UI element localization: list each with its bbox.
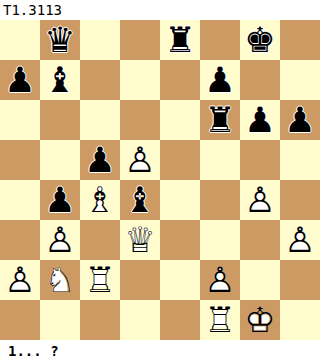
square-g7[interactable]: [240, 60, 280, 100]
square-b4[interactable]: ♟: [40, 180, 80, 220]
black-piece-body: ♟: [40, 180, 80, 220]
white-king-piece: ♚♔: [240, 300, 280, 340]
square-f4[interactable]: [200, 180, 240, 220]
white-piece-outline: ♙: [40, 220, 80, 260]
square-d5[interactable]: ♟♙: [120, 140, 160, 180]
black-piece-body: ♝: [40, 60, 80, 100]
square-d6[interactable]: [120, 100, 160, 140]
black-bishop-piece: ♝: [120, 180, 160, 220]
square-b5[interactable]: [40, 140, 80, 180]
square-e8[interactable]: ♜: [160, 20, 200, 60]
black-piece-body: ♟: [0, 60, 40, 100]
black-pawn-piece: ♟: [240, 100, 280, 140]
white-pawn-piece: ♟♙: [120, 140, 160, 180]
black-rook-piece: ♜: [160, 20, 200, 60]
square-h4[interactable]: [280, 180, 320, 220]
black-piece-body: ♜: [200, 100, 240, 140]
square-c6[interactable]: [80, 100, 120, 140]
square-a8[interactable]: [0, 20, 40, 60]
square-e7[interactable]: [160, 60, 200, 100]
square-b1[interactable]: [40, 300, 80, 340]
move-prompt: 1... ?: [0, 340, 320, 360]
black-piece-body: ♛: [40, 20, 80, 60]
white-rook-piece: ♜♖: [200, 300, 240, 340]
black-piece-body: ♟: [80, 140, 120, 180]
square-f1[interactable]: ♜♖: [200, 300, 240, 340]
black-piece-body: ♚: [240, 20, 280, 60]
square-g6[interactable]: ♟: [240, 100, 280, 140]
square-e5[interactable]: [160, 140, 200, 180]
chess-board: ♛♜♚♟♝♟♜♟♟♟♟♙♟♝♗♝♟♙♟♙♛♕♟♙♟♙♞♘♜♖♟♙♜♖♚♔: [0, 20, 320, 340]
square-b3[interactable]: ♟♙: [40, 220, 80, 260]
square-d2[interactable]: [120, 260, 160, 300]
square-b2[interactable]: ♞♘: [40, 260, 80, 300]
black-pawn-piece: ♟: [200, 60, 240, 100]
square-h7[interactable]: [280, 60, 320, 100]
chess-puzzle-window: T1.3113 ♛♜♚♟♝♟♜♟♟♟♟♙♟♝♗♝♟♙♟♙♛♕♟♙♟♙♞♘♜♖♟♙…: [0, 0, 320, 360]
square-h1[interactable]: [280, 300, 320, 340]
square-a6[interactable]: [0, 100, 40, 140]
square-h5[interactable]: [280, 140, 320, 180]
square-e4[interactable]: [160, 180, 200, 220]
square-c8[interactable]: [80, 20, 120, 60]
square-b7[interactable]: ♝: [40, 60, 80, 100]
white-knight-piece: ♞♘: [40, 260, 80, 300]
square-f2[interactable]: ♟♙: [200, 260, 240, 300]
white-piece-outline: ♙: [280, 220, 320, 260]
square-c2[interactable]: ♜♖: [80, 260, 120, 300]
white-piece-outline: ♗: [80, 180, 120, 220]
black-king-piece: ♚: [240, 20, 280, 60]
white-pawn-piece: ♟♙: [280, 220, 320, 260]
square-g8[interactable]: ♚: [240, 20, 280, 60]
black-piece-body: ♟: [280, 100, 320, 140]
square-g4[interactable]: ♟♙: [240, 180, 280, 220]
square-d3[interactable]: ♛♕: [120, 220, 160, 260]
square-e3[interactable]: [160, 220, 200, 260]
white-piece-outline: ♕: [120, 220, 160, 260]
white-pawn-piece: ♟♙: [200, 260, 240, 300]
square-d7[interactable]: [120, 60, 160, 100]
black-piece-body: ♜: [160, 20, 200, 60]
white-piece-outline: ♖: [80, 260, 120, 300]
square-c7[interactable]: [80, 60, 120, 100]
square-e6[interactable]: [160, 100, 200, 140]
white-pawn-piece: ♟♙: [40, 220, 80, 260]
square-c5[interactable]: ♟: [80, 140, 120, 180]
white-bishop-piece: ♝♗: [80, 180, 120, 220]
square-b6[interactable]: [40, 100, 80, 140]
square-a2[interactable]: ♟♙: [0, 260, 40, 300]
white-queen-piece: ♛♕: [120, 220, 160, 260]
square-e1[interactable]: [160, 300, 200, 340]
white-piece-outline: ♙: [200, 260, 240, 300]
black-piece-body: ♟: [200, 60, 240, 100]
square-h8[interactable]: [280, 20, 320, 60]
square-g1[interactable]: ♚♔: [240, 300, 280, 340]
square-h2[interactable]: [280, 260, 320, 300]
black-bishop-piece: ♝: [40, 60, 80, 100]
square-d1[interactable]: [120, 300, 160, 340]
black-piece-body: ♝: [120, 180, 160, 220]
white-piece-outline: ♔: [240, 300, 280, 340]
black-pawn-piece: ♟: [280, 100, 320, 140]
white-piece-outline: ♘: [40, 260, 80, 300]
white-piece-outline: ♙: [0, 260, 40, 300]
square-f3[interactable]: [200, 220, 240, 260]
square-f5[interactable]: [200, 140, 240, 180]
black-pawn-piece: ♟: [40, 180, 80, 220]
square-a7[interactable]: ♟: [0, 60, 40, 100]
square-e2[interactable]: [160, 260, 200, 300]
black-pawn-piece: ♟: [0, 60, 40, 100]
black-queen-piece: ♛: [40, 20, 80, 60]
square-b8[interactable]: ♛: [40, 20, 80, 60]
white-piece-outline: ♙: [120, 140, 160, 180]
square-a3[interactable]: [0, 220, 40, 260]
square-c4[interactable]: ♝♗: [80, 180, 120, 220]
black-piece-body: ♟: [240, 100, 280, 140]
square-a4[interactable]: [0, 180, 40, 220]
square-d8[interactable]: [120, 20, 160, 60]
square-g3[interactable]: [240, 220, 280, 260]
white-piece-outline: ♙: [240, 180, 280, 220]
square-a1[interactable]: [0, 300, 40, 340]
white-piece-outline: ♖: [200, 300, 240, 340]
black-pawn-piece: ♟: [80, 140, 120, 180]
square-g5[interactable]: [240, 140, 280, 180]
square-a5[interactable]: [0, 140, 40, 180]
square-h3[interactable]: ♟♙: [280, 220, 320, 260]
square-f6[interactable]: ♜: [200, 100, 240, 140]
square-g2[interactable]: [240, 260, 280, 300]
square-h6[interactable]: ♟: [280, 100, 320, 140]
square-f8[interactable]: [200, 20, 240, 60]
white-pawn-piece: ♟♙: [240, 180, 280, 220]
white-pawn-piece: ♟♙: [0, 260, 40, 300]
square-c3[interactable]: [80, 220, 120, 260]
square-f7[interactable]: ♟: [200, 60, 240, 100]
black-rook-piece: ♜: [200, 100, 240, 140]
white-rook-piece: ♜♖: [80, 260, 120, 300]
puzzle-id: T1.3113: [0, 0, 320, 20]
square-c1[interactable]: [80, 300, 120, 340]
square-d4[interactable]: ♝: [120, 180, 160, 220]
